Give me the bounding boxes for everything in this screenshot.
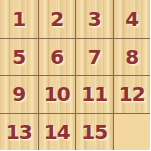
tile-11[interactable]: 11 — [75, 75, 113, 113]
tile-7[interactable]: 7 — [75, 38, 113, 76]
tile-15[interactable]: 15 — [75, 113, 113, 151]
tile-number: 9 — [12, 84, 25, 104]
tile-number: 10 — [44, 84, 70, 104]
puzzle-board: 123456789101112131415 — [0, 0, 150, 150]
tile-number: 5 — [12, 47, 25, 67]
tile-13[interactable]: 13 — [0, 113, 38, 151]
tile-8[interactable]: 8 — [113, 38, 151, 76]
tile-number: 1 — [12, 9, 25, 29]
tile-1[interactable]: 1 — [0, 0, 38, 38]
tile-10[interactable]: 10 — [38, 75, 76, 113]
tile-3[interactable]: 3 — [75, 0, 113, 38]
empty-cell — [113, 113, 151, 151]
tile-number: 14 — [44, 122, 70, 142]
tile-2[interactable]: 2 — [38, 0, 76, 38]
tile-12[interactable]: 12 — [113, 75, 151, 113]
tile-number: 3 — [88, 9, 101, 29]
tile-number: 13 — [6, 122, 32, 142]
tile-5[interactable]: 5 — [0, 38, 38, 76]
tile-number: 2 — [50, 9, 63, 29]
tile-9[interactable]: 9 — [0, 75, 38, 113]
tile-4[interactable]: 4 — [113, 0, 151, 38]
tile-number: 15 — [81, 122, 107, 142]
tile-number: 7 — [88, 47, 101, 67]
tile-6[interactable]: 6 — [38, 38, 76, 76]
tile-number: 11 — [81, 84, 107, 104]
tile-number: 6 — [50, 47, 63, 67]
tile-number: 4 — [125, 9, 138, 29]
tile-14[interactable]: 14 — [38, 113, 76, 151]
tile-number: 12 — [119, 84, 145, 104]
tile-number: 8 — [125, 47, 138, 67]
